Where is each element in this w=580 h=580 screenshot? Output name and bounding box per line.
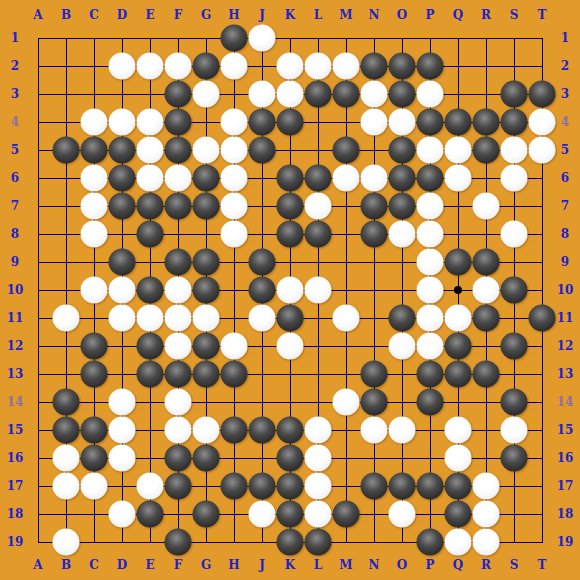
black-stone-G6[interactable] [193, 165, 220, 192]
white-stone-Q6[interactable] [445, 165, 472, 192]
column-label-top-O: O [397, 8, 407, 22]
white-stone-F12[interactable] [165, 333, 192, 360]
white-stone-S8[interactable] [501, 221, 528, 248]
white-stone-E4[interactable] [137, 109, 164, 136]
black-stone-D9[interactable] [109, 249, 136, 276]
column-label-top-J: J [259, 8, 265, 22]
black-stone-N13[interactable] [361, 361, 388, 388]
black-stone-S16[interactable] [501, 445, 528, 472]
black-stone-Q18[interactable] [445, 501, 472, 528]
black-stone-F17[interactable] [165, 473, 192, 500]
column-label-bottom-G: G [201, 558, 211, 572]
row-label-left-6: 6 [11, 171, 19, 185]
white-stone-O8[interactable] [389, 221, 416, 248]
column-label-top-D: D [117, 8, 127, 22]
white-stone-P8[interactable] [417, 221, 444, 248]
black-stone-C12[interactable] [81, 333, 108, 360]
white-stone-K10[interactable] [277, 277, 304, 304]
black-stone-K11[interactable] [277, 305, 304, 332]
white-stone-S5[interactable] [501, 137, 528, 164]
black-stone-S12[interactable] [501, 333, 528, 360]
star-point-q10 [454, 286, 462, 294]
white-stone-G11[interactable] [193, 305, 220, 332]
black-stone-N7[interactable] [361, 193, 388, 220]
white-stone-R18[interactable] [473, 501, 500, 528]
column-label-bottom-P: P [425, 558, 434, 572]
white-stone-J1[interactable] [249, 25, 276, 52]
white-stone-F15[interactable] [165, 417, 192, 444]
black-stone-N8[interactable] [361, 221, 388, 248]
white-stone-N15[interactable] [361, 417, 388, 444]
black-stone-P13[interactable] [417, 361, 444, 388]
white-stone-P7[interactable] [417, 193, 444, 220]
column-label-top-G: G [201, 8, 211, 22]
column-label-bottom-T: T [538, 558, 547, 572]
row-label-right-6: 6 [561, 171, 569, 185]
white-stone-E11[interactable] [137, 305, 164, 332]
black-stone-K17[interactable] [277, 473, 304, 500]
white-stone-D16[interactable] [109, 445, 136, 472]
white-stone-L2[interactable] [305, 53, 332, 80]
black-stone-P14[interactable] [417, 389, 444, 416]
white-stone-O15[interactable] [389, 417, 416, 444]
column-label-bottom-E: E [145, 558, 154, 572]
black-stone-F3[interactable] [165, 81, 192, 108]
white-stone-P11[interactable] [417, 305, 444, 332]
black-stone-S10[interactable] [501, 277, 528, 304]
black-stone-O3[interactable] [389, 81, 416, 108]
white-stone-J3[interactable] [249, 81, 276, 108]
white-stone-T5[interactable] [529, 137, 556, 164]
white-stone-Q19[interactable] [445, 529, 472, 556]
black-stone-P19[interactable] [417, 529, 444, 556]
row-label-right-17: 17 [557, 479, 574, 493]
black-stone-R13[interactable] [473, 361, 500, 388]
white-stone-R19[interactable] [473, 529, 500, 556]
black-stone-K15[interactable] [277, 417, 304, 444]
black-stone-H15[interactable] [221, 417, 248, 444]
white-stone-E6[interactable] [137, 165, 164, 192]
white-stone-L18[interactable] [305, 501, 332, 528]
white-stone-D18[interactable] [109, 501, 136, 528]
row-label-left-11: 11 [7, 311, 24, 325]
row-label-right-16: 16 [557, 451, 574, 465]
white-stone-T4[interactable] [529, 109, 556, 136]
black-stone-R5[interactable] [473, 137, 500, 164]
white-stone-O4[interactable] [389, 109, 416, 136]
column-label-bottom-M: M [339, 558, 352, 572]
row-label-left-19: 19 [7, 535, 24, 549]
black-stone-Q13[interactable] [445, 361, 472, 388]
row-label-left-12: 12 [7, 339, 24, 353]
black-stone-Q17[interactable] [445, 473, 472, 500]
row-label-left-5: 5 [11, 143, 19, 157]
row-label-left-17: 17 [7, 479, 24, 493]
black-stone-L6[interactable] [305, 165, 332, 192]
black-stone-F7[interactable] [165, 193, 192, 220]
column-label-top-M: M [339, 8, 352, 22]
white-stone-R17[interactable] [473, 473, 500, 500]
row-label-left-16: 16 [7, 451, 24, 465]
row-label-left-9: 9 [11, 255, 19, 269]
black-stone-O6[interactable] [389, 165, 416, 192]
white-stone-D10[interactable] [109, 277, 136, 304]
column-label-bottom-N: N [369, 558, 380, 572]
white-stone-L7[interactable] [305, 193, 332, 220]
black-stone-P6[interactable] [417, 165, 444, 192]
column-label-bottom-O: O [397, 558, 407, 572]
column-label-top-F: F [174, 8, 183, 22]
black-stone-R4[interactable] [473, 109, 500, 136]
row-label-right-4: 4 [561, 115, 569, 129]
white-stone-H12[interactable] [221, 333, 248, 360]
column-label-bottom-D: D [117, 558, 127, 572]
black-stone-J10[interactable] [249, 277, 276, 304]
black-stone-F5[interactable] [165, 137, 192, 164]
white-stone-S15[interactable] [501, 417, 528, 444]
row-label-left-15: 15 [7, 423, 24, 437]
white-stone-L16[interactable] [305, 445, 332, 472]
black-stone-K18[interactable] [277, 501, 304, 528]
row-label-left-2: 2 [11, 59, 19, 73]
black-stone-G10[interactable] [193, 277, 220, 304]
black-stone-C5[interactable] [81, 137, 108, 164]
white-stone-L17[interactable] [305, 473, 332, 500]
row-label-left-8: 8 [11, 227, 19, 241]
white-stone-S6[interactable] [501, 165, 528, 192]
black-stone-B5[interactable] [53, 137, 80, 164]
row-label-right-19: 19 [557, 535, 574, 549]
white-stone-P9[interactable] [417, 249, 444, 276]
black-stone-H17[interactable] [221, 473, 248, 500]
black-stone-E8[interactable] [137, 221, 164, 248]
black-stone-T3[interactable] [529, 81, 556, 108]
white-stone-N3[interactable] [361, 81, 388, 108]
white-stone-P3[interactable] [417, 81, 444, 108]
white-stone-J11[interactable] [249, 305, 276, 332]
white-stone-B19[interactable] [53, 529, 80, 556]
white-stone-F11[interactable] [165, 305, 192, 332]
white-stone-M14[interactable] [333, 389, 360, 416]
white-stone-M2[interactable] [333, 53, 360, 80]
white-stone-M11[interactable] [333, 305, 360, 332]
black-stone-B15[interactable] [53, 417, 80, 444]
black-stone-S3[interactable] [501, 81, 528, 108]
white-stone-D2[interactable] [109, 53, 136, 80]
go-board[interactable]: AABBCCDDEEFFGGHHJJKKLLMMNNOOPPQQRRSSTT11… [0, 0, 580, 580]
column-label-top-K: K [285, 8, 295, 22]
row-label-left-14: 14 [7, 395, 24, 409]
black-stone-M3[interactable] [333, 81, 360, 108]
black-stone-P2[interactable] [417, 53, 444, 80]
column-label-top-N: N [369, 8, 380, 22]
column-label-top-R: R [481, 8, 491, 22]
black-stone-F13[interactable] [165, 361, 192, 388]
black-stone-P17[interactable] [417, 473, 444, 500]
white-stone-L15[interactable] [305, 417, 332, 444]
black-stone-D7[interactable] [109, 193, 136, 220]
black-stone-D5[interactable] [109, 137, 136, 164]
black-stone-E18[interactable] [137, 501, 164, 528]
white-stone-P12[interactable] [417, 333, 444, 360]
black-stone-O7[interactable] [389, 193, 416, 220]
row-label-right-14: 14 [557, 395, 574, 409]
column-label-top-C: C [89, 8, 99, 22]
column-label-top-B: B [61, 8, 71, 22]
black-stone-K6[interactable] [277, 165, 304, 192]
white-stone-C7[interactable] [81, 193, 108, 220]
black-stone-P4[interactable] [417, 109, 444, 136]
black-stone-F19[interactable] [165, 529, 192, 556]
white-stone-E5[interactable] [137, 137, 164, 164]
white-stone-E2[interactable] [137, 53, 164, 80]
black-stone-K16[interactable] [277, 445, 304, 472]
white-stone-F10[interactable] [165, 277, 192, 304]
column-label-bottom-H: H [228, 558, 239, 572]
black-stone-R11[interactable] [473, 305, 500, 332]
black-stone-C13[interactable] [81, 361, 108, 388]
black-stone-L8[interactable] [305, 221, 332, 248]
white-stone-H4[interactable] [221, 109, 248, 136]
row-label-left-7: 7 [11, 199, 19, 213]
white-stone-H2[interactable] [221, 53, 248, 80]
black-stone-H13[interactable] [221, 361, 248, 388]
column-label-bottom-B: B [61, 558, 71, 572]
grid-line-vertical [346, 38, 347, 543]
black-stone-O11[interactable] [389, 305, 416, 332]
black-stone-K7[interactable] [277, 193, 304, 220]
white-stone-C17[interactable] [81, 473, 108, 500]
white-stone-G15[interactable] [193, 417, 220, 444]
white-stone-F2[interactable] [165, 53, 192, 80]
black-stone-K4[interactable] [277, 109, 304, 136]
column-label-bottom-C: C [89, 558, 99, 572]
white-stone-H6[interactable] [221, 165, 248, 192]
white-stone-H7[interactable] [221, 193, 248, 220]
black-stone-T11[interactable] [529, 305, 556, 332]
black-stone-G12[interactable] [193, 333, 220, 360]
white-stone-K3[interactable] [277, 81, 304, 108]
column-label-bottom-R: R [481, 558, 491, 572]
column-label-top-P: P [425, 8, 434, 22]
black-stone-F16[interactable] [165, 445, 192, 472]
row-label-right-5: 5 [561, 143, 569, 157]
column-label-bottom-J: J [259, 558, 265, 572]
black-stone-H1[interactable] [221, 25, 248, 52]
column-label-bottom-L: L [314, 558, 322, 572]
white-stone-E17[interactable] [137, 473, 164, 500]
white-stone-B11[interactable] [53, 305, 80, 332]
black-stone-N17[interactable] [361, 473, 388, 500]
row-label-left-10: 10 [7, 283, 24, 297]
row-label-right-11: 11 [557, 311, 574, 325]
column-label-bottom-F: F [174, 558, 183, 572]
black-stone-J4[interactable] [249, 109, 276, 136]
black-stone-M5[interactable] [333, 137, 360, 164]
black-stone-C15[interactable] [81, 417, 108, 444]
white-stone-F6[interactable] [165, 165, 192, 192]
black-stone-N14[interactable] [361, 389, 388, 416]
white-stone-M6[interactable] [333, 165, 360, 192]
white-stone-F14[interactable] [165, 389, 192, 416]
black-stone-E7[interactable] [137, 193, 164, 220]
column-label-top-S: S [510, 8, 519, 22]
black-stone-N2[interactable] [361, 53, 388, 80]
column-label-top-E: E [145, 8, 154, 22]
black-stone-M18[interactable] [333, 501, 360, 528]
row-label-left-13: 13 [7, 367, 24, 381]
black-stone-F9[interactable] [165, 249, 192, 276]
column-label-top-T: T [538, 8, 547, 22]
white-stone-Q11[interactable] [445, 305, 472, 332]
row-label-left-18: 18 [7, 507, 24, 521]
white-stone-D14[interactable] [109, 389, 136, 416]
row-label-right-2: 2 [561, 59, 569, 73]
column-label-top-A: A [33, 8, 42, 22]
white-stone-D4[interactable] [109, 109, 136, 136]
black-stone-G9[interactable] [193, 249, 220, 276]
row-label-right-7: 7 [561, 199, 569, 213]
black-stone-O17[interactable] [389, 473, 416, 500]
row-label-right-9: 9 [561, 255, 569, 269]
black-stone-E12[interactable] [137, 333, 164, 360]
row-label-right-18: 18 [557, 507, 574, 521]
white-stone-B17[interactable] [53, 473, 80, 500]
white-stone-O18[interactable] [389, 501, 416, 528]
white-stone-Q5[interactable] [445, 137, 472, 164]
black-stone-K8[interactable] [277, 221, 304, 248]
column-label-bottom-S: S [510, 558, 519, 572]
white-stone-R7[interactable] [473, 193, 500, 220]
white-stone-O12[interactable] [389, 333, 416, 360]
row-label-right-8: 8 [561, 227, 569, 241]
black-stone-S14[interactable] [501, 389, 528, 416]
white-stone-P5[interactable] [417, 137, 444, 164]
black-stone-J9[interactable] [249, 249, 276, 276]
black-stone-G13[interactable] [193, 361, 220, 388]
row-label-left-3: 3 [11, 87, 19, 101]
black-stone-D6[interactable] [109, 165, 136, 192]
black-stone-Q12[interactable] [445, 333, 472, 360]
white-stone-K12[interactable] [277, 333, 304, 360]
black-stone-O2[interactable] [389, 53, 416, 80]
column-label-bottom-A: A [33, 558, 42, 572]
white-stone-D15[interactable] [109, 417, 136, 444]
black-stone-B14[interactable] [53, 389, 80, 416]
white-stone-N6[interactable] [361, 165, 388, 192]
row-label-right-10: 10 [557, 283, 574, 297]
black-stone-G16[interactable] [193, 445, 220, 472]
black-stone-J15[interactable] [249, 417, 276, 444]
black-stone-J17[interactable] [249, 473, 276, 500]
white-stone-C6[interactable] [81, 165, 108, 192]
row-label-left-4: 4 [11, 115, 19, 129]
row-label-right-15: 15 [557, 423, 574, 437]
white-stone-H5[interactable] [221, 137, 248, 164]
row-label-right-3: 3 [561, 87, 569, 101]
white-stone-H8[interactable] [221, 221, 248, 248]
column-label-top-L: L [314, 8, 322, 22]
white-stone-K2[interactable] [277, 53, 304, 80]
black-stone-G7[interactable] [193, 193, 220, 220]
row-label-right-1: 1 [561, 31, 569, 45]
white-stone-J18[interactable] [249, 501, 276, 528]
black-stone-K19[interactable] [277, 529, 304, 556]
row-label-right-13: 13 [557, 367, 574, 381]
white-stone-L10[interactable] [305, 277, 332, 304]
column-label-top-Q: Q [453, 8, 463, 22]
column-label-bottom-K: K [285, 558, 295, 572]
black-stone-J5[interactable] [249, 137, 276, 164]
black-stone-G2[interactable] [193, 53, 220, 80]
black-stone-O5[interactable] [389, 137, 416, 164]
black-stone-L3[interactable] [305, 81, 332, 108]
white-stone-C10[interactable] [81, 277, 108, 304]
column-label-bottom-Q: Q [453, 558, 463, 572]
white-stone-D11[interactable] [109, 305, 136, 332]
black-stone-E13[interactable] [137, 361, 164, 388]
white-stone-P10[interactable] [417, 277, 444, 304]
black-stone-Q9[interactable] [445, 249, 472, 276]
column-label-top-H: H [228, 8, 239, 22]
black-stone-Q4[interactable] [445, 109, 472, 136]
white-stone-Q15[interactable] [445, 417, 472, 444]
black-stone-S4[interactable] [501, 109, 528, 136]
black-stone-E10[interactable] [137, 277, 164, 304]
white-stone-Q16[interactable] [445, 445, 472, 472]
white-stone-C8[interactable] [81, 221, 108, 248]
black-stone-L19[interactable] [305, 529, 332, 556]
white-stone-C4[interactable] [81, 109, 108, 136]
row-label-right-12: 12 [557, 339, 574, 353]
white-stone-G3[interactable] [193, 81, 220, 108]
black-stone-F4[interactable] [165, 109, 192, 136]
white-stone-B16[interactable] [53, 445, 80, 472]
row-label-left-1: 1 [11, 31, 19, 45]
white-stone-N4[interactable] [361, 109, 388, 136]
black-stone-R9[interactable] [473, 249, 500, 276]
black-stone-G18[interactable] [193, 501, 220, 528]
white-stone-G5[interactable] [193, 137, 220, 164]
white-stone-R10[interactable] [473, 277, 500, 304]
black-stone-C16[interactable] [81, 445, 108, 472]
